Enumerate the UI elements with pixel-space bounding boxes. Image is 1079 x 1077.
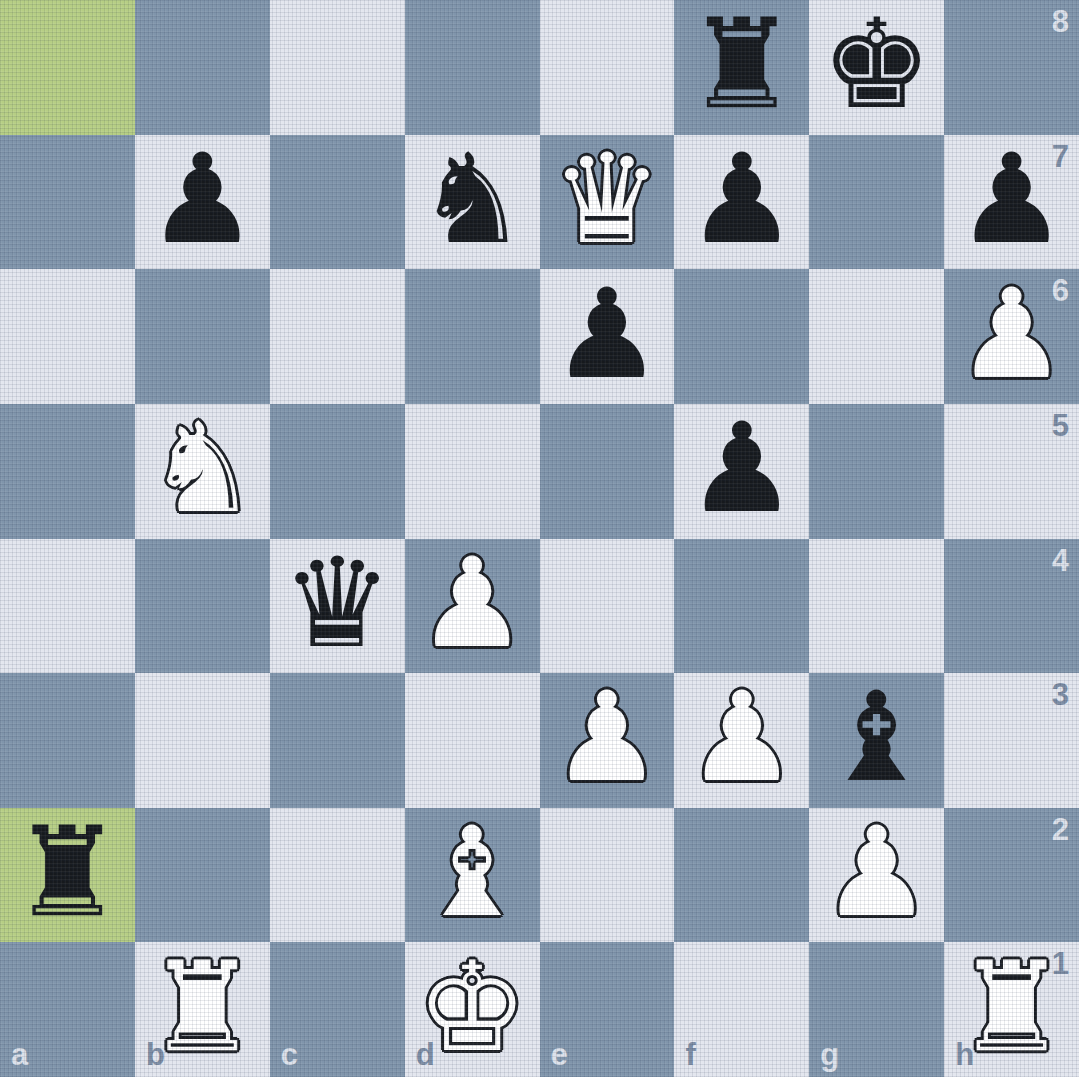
square-g6[interactable] (809, 269, 944, 404)
square-e5[interactable] (540, 404, 675, 539)
black-knight[interactable]: ♞ (416, 137, 527, 261)
square-h2[interactable]: 2 (944, 808, 1079, 943)
white-knight[interactable]: ♞ (147, 406, 258, 530)
square-e2[interactable] (540, 808, 675, 943)
square-e6[interactable]: ♟ (540, 269, 675, 404)
square-b6[interactable] (135, 269, 270, 404)
square-a3[interactable] (0, 673, 135, 808)
rank-label-4: 4 (1052, 545, 1069, 576)
square-g1[interactable]: g (809, 942, 944, 1077)
square-b4[interactable] (135, 539, 270, 674)
square-e8[interactable] (540, 0, 675, 135)
square-d4[interactable]: ♟ (405, 539, 540, 674)
square-e4[interactable] (540, 539, 675, 674)
square-b1[interactable]: ♜b (135, 942, 270, 1077)
square-d1[interactable]: ♚d (405, 942, 540, 1077)
file-label-b: b (146, 1039, 165, 1070)
square-g8[interactable]: ♚ (809, 0, 944, 135)
black-queen[interactable]: ♛ (282, 541, 393, 665)
rank-label-8: 8 (1052, 6, 1069, 37)
square-f4[interactable] (674, 539, 809, 674)
white-pawn[interactable]: ♟ (551, 675, 662, 799)
black-rook[interactable]: ♜ (686, 2, 797, 126)
file-label-g: g (820, 1039, 839, 1070)
square-a2[interactable]: ♜ (0, 808, 135, 943)
square-g2[interactable]: ♟ (809, 808, 944, 943)
white-bishop[interactable]: ♝ (416, 810, 527, 934)
square-g5[interactable] (809, 404, 944, 539)
square-c1[interactable]: c (270, 942, 405, 1077)
file-label-e: e (551, 1039, 568, 1070)
black-pawn[interactable]: ♟ (686, 406, 797, 530)
rank-label-6: 6 (1052, 275, 1069, 306)
square-f2[interactable] (674, 808, 809, 943)
square-a7[interactable] (0, 135, 135, 270)
black-pawn[interactable]: ♟ (147, 137, 258, 261)
square-d8[interactable] (405, 0, 540, 135)
square-f6[interactable] (674, 269, 809, 404)
square-b2[interactable] (135, 808, 270, 943)
square-e1[interactable]: e (540, 942, 675, 1077)
square-f5[interactable]: ♟ (674, 404, 809, 539)
black-king[interactable]: ♚ (821, 2, 932, 126)
square-b8[interactable] (135, 0, 270, 135)
square-h8[interactable]: 8 (944, 0, 1079, 135)
square-d5[interactable] (405, 404, 540, 539)
black-pawn[interactable]: ♟ (551, 272, 662, 396)
square-c8[interactable] (270, 0, 405, 135)
file-label-f: f (685, 1039, 695, 1070)
square-h4[interactable]: 4 (944, 539, 1079, 674)
square-b3[interactable] (135, 673, 270, 808)
square-b7[interactable]: ♟ (135, 135, 270, 270)
square-a6[interactable] (0, 269, 135, 404)
white-queen[interactable]: ♛ (551, 137, 662, 261)
square-f8[interactable]: ♜ (674, 0, 809, 135)
square-h6[interactable]: ♟6 (944, 269, 1079, 404)
square-d7[interactable]: ♞ (405, 135, 540, 270)
file-label-d: d (416, 1039, 435, 1070)
square-c3[interactable] (270, 673, 405, 808)
square-g3[interactable]: ♝ (809, 673, 944, 808)
square-a1[interactable]: a (0, 942, 135, 1077)
rank-label-7: 7 (1052, 141, 1069, 172)
square-c4[interactable]: ♛ (270, 539, 405, 674)
square-d3[interactable] (405, 673, 540, 808)
white-pawn[interactable]: ♟ (821, 810, 932, 934)
square-g4[interactable] (809, 539, 944, 674)
rank-label-1: 1 (1052, 948, 1069, 979)
square-a5[interactable] (0, 404, 135, 539)
black-bishop[interactable]: ♝ (821, 675, 932, 799)
square-e3[interactable]: ♟ (540, 673, 675, 808)
square-a4[interactable] (0, 539, 135, 674)
square-h7[interactable]: ♟7 (944, 135, 1079, 270)
square-f1[interactable]: f (674, 942, 809, 1077)
rank-label-3: 3 (1052, 679, 1069, 710)
black-pawn[interactable]: ♟ (956, 137, 1067, 261)
white-pawn[interactable]: ♟ (956, 272, 1067, 396)
square-c5[interactable] (270, 404, 405, 539)
rank-label-2: 2 (1052, 814, 1069, 845)
chess-board: ♜♚8♟♞♛♟♟7♟♟6♞♟5♛♟4♟♟♝3♜♝♟2a♜bc♚defg♜h1 (0, 0, 1079, 1077)
rank-label-5: 5 (1052, 410, 1069, 441)
square-h3[interactable]: 3 (944, 673, 1079, 808)
square-g7[interactable] (809, 135, 944, 270)
square-c2[interactable] (270, 808, 405, 943)
black-rook[interactable]: ♜ (12, 810, 123, 934)
file-label-a: a (11, 1039, 28, 1070)
square-c6[interactable] (270, 269, 405, 404)
square-b5[interactable]: ♞ (135, 404, 270, 539)
square-d6[interactable] (405, 269, 540, 404)
square-h5[interactable]: 5 (944, 404, 1079, 539)
file-label-h: h (955, 1039, 974, 1070)
square-f7[interactable]: ♟ (674, 135, 809, 270)
black-pawn[interactable]: ♟ (686, 137, 797, 261)
square-a8[interactable] (0, 0, 135, 135)
square-c7[interactable] (270, 135, 405, 270)
file-label-c: c (281, 1039, 298, 1070)
square-h1[interactable]: ♜h1 (944, 942, 1079, 1077)
square-f3[interactable]: ♟ (674, 673, 809, 808)
square-e7[interactable]: ♛ (540, 135, 675, 270)
white-pawn[interactable]: ♟ (686, 675, 797, 799)
square-d2[interactable]: ♝ (405, 808, 540, 943)
white-pawn[interactable]: ♟ (416, 541, 527, 665)
